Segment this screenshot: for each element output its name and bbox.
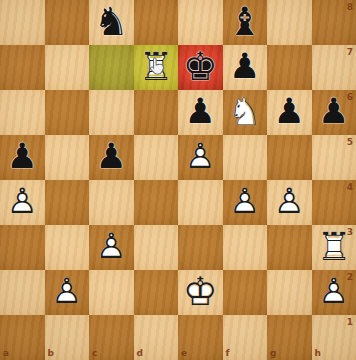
square-e8[interactable] [178, 0, 223, 45]
square-c8[interactable]: ♞ [89, 0, 134, 45]
black-pawn-glyph: ♟ [0, 135, 45, 178]
rank-label-7: 7 [347, 47, 353, 57]
square-h3[interactable]: ♜♖3 [312, 225, 356, 270]
rank-label-4: 4 [347, 182, 353, 192]
square-f6[interactable]: ♞♘ [223, 90, 268, 135]
square-d3[interactable] [134, 225, 179, 270]
square-g6[interactable]: ♟ [267, 90, 312, 135]
white-pawn-glyph-outline: ♙ [223, 180, 268, 223]
square-c5[interactable]: ♟ [89, 135, 134, 180]
square-c3[interactable]: ♟♙ [89, 225, 134, 270]
square-f2[interactable] [223, 270, 268, 315]
file-label-a: a [3, 348, 9, 358]
square-d2[interactable] [134, 270, 179, 315]
square-g5[interactable] [267, 135, 312, 180]
white-pawn-glyph-outline: ♙ [45, 270, 90, 313]
file-label-g: g [270, 348, 276, 358]
file-label-e: e [181, 348, 187, 358]
white-pawn-glyph-outline: ♙ [0, 180, 45, 223]
white-pawn-glyph-outline: ♙ [312, 270, 356, 313]
square-d7[interactable]: ♜♖ [134, 45, 179, 90]
file-label-c: c [92, 348, 97, 358]
square-a1[interactable]: a [0, 315, 45, 360]
square-e5[interactable]: ♟♙ [178, 135, 223, 180]
piece-black-bishop[interactable]: ♝ [223, 0, 268, 45]
square-e3[interactable] [178, 225, 223, 270]
square-d1[interactable]: d [134, 315, 179, 360]
piece-black-pawn[interactable]: ♟ [89, 135, 134, 180]
piece-white-rook[interactable]: ♜♖ [312, 225, 356, 270]
square-c7[interactable] [89, 45, 134, 90]
square-g4[interactable]: ♟♙ [267, 180, 312, 225]
file-label-h: h [315, 348, 321, 358]
piece-white-pawn[interactable]: ♟♙ [312, 270, 356, 315]
square-d4[interactable] [134, 180, 179, 225]
square-b3[interactable] [45, 225, 90, 270]
square-a7[interactable] [0, 45, 45, 90]
white-rook-glyph-outline: ♖ [312, 225, 356, 268]
black-pawn-glyph: ♟ [89, 135, 134, 178]
piece-black-pawn[interactable]: ♟ [223, 45, 268, 90]
piece-black-pawn[interactable]: ♟ [0, 135, 45, 180]
square-d6[interactable] [134, 90, 179, 135]
piece-white-pawn[interactable]: ♟♙ [178, 135, 223, 180]
white-knight-glyph-outline: ♘ [223, 90, 268, 133]
square-a2[interactable] [0, 270, 45, 315]
square-h5[interactable]: 5 [312, 135, 356, 180]
square-c6[interactable] [89, 90, 134, 135]
square-a6[interactable] [0, 90, 45, 135]
square-f3[interactable] [223, 225, 268, 270]
piece-white-pawn[interactable]: ♟♙ [223, 180, 268, 225]
square-h2[interactable]: ♟♙2 [312, 270, 356, 315]
square-h6[interactable]: ♟6 [312, 90, 356, 135]
piece-black-pawn[interactable]: ♟ [178, 90, 223, 135]
square-f4[interactable]: ♟♙ [223, 180, 268, 225]
square-a8[interactable] [0, 0, 45, 45]
white-pawn-glyph-outline: ♙ [178, 135, 223, 178]
square-a4[interactable]: ♟♙ [0, 180, 45, 225]
square-b5[interactable] [45, 135, 90, 180]
square-g2[interactable] [267, 270, 312, 315]
black-pawn-glyph: ♟ [178, 90, 223, 133]
black-pawn-glyph: ♟ [223, 45, 268, 88]
square-d5[interactable] [134, 135, 179, 180]
square-f7[interactable]: ♟ [223, 45, 268, 90]
piece-white-pawn[interactable]: ♟♙ [0, 180, 45, 225]
square-h1[interactable]: 1h [312, 315, 356, 360]
piece-white-pawn[interactable]: ♟♙ [267, 180, 312, 225]
rank-label-1: 1 [347, 317, 353, 327]
square-h7[interactable]: 7 [312, 45, 356, 90]
square-e6[interactable]: ♟ [178, 90, 223, 135]
piece-white-king[interactable]: ♚♔ [178, 270, 223, 315]
square-b1[interactable]: b [45, 315, 90, 360]
square-a3[interactable] [0, 225, 45, 270]
white-king-glyph-outline: ♔ [178, 270, 223, 313]
square-b6[interactable] [45, 90, 90, 135]
white-pawn-glyph-outline: ♙ [89, 225, 134, 268]
white-rook-glyph-outline: ♖ [134, 45, 179, 88]
rank-label-8: 8 [347, 2, 353, 12]
square-g8[interactable] [267, 0, 312, 45]
piece-white-pawn[interactable]: ♟♙ [45, 270, 90, 315]
chessboard: ♞♝8♜♖♚♟7♟♞♘♟♟6♟♟♟♙5♟♙♟♙♟♙4♟♙♜♖3♟♙♚♔♟♙2ab… [0, 0, 356, 360]
file-label-b: b [48, 348, 54, 358]
square-b7[interactable] [45, 45, 90, 90]
rank-label-5: 5 [347, 137, 353, 147]
square-f8[interactable]: ♝ [223, 0, 268, 45]
square-h4[interactable]: 4 [312, 180, 356, 225]
square-h8[interactable]: 8 [312, 0, 356, 45]
square-e4[interactable] [178, 180, 223, 225]
square-f1[interactable]: f [223, 315, 268, 360]
piece-white-knight[interactable]: ♞♘ [223, 90, 268, 135]
file-label-d: d [137, 348, 143, 358]
square-e2[interactable]: ♚♔ [178, 270, 223, 315]
black-pawn-glyph: ♟ [312, 90, 356, 133]
piece-black-pawn[interactable]: ♟ [312, 90, 356, 135]
piece-white-rook[interactable]: ♜♖ [134, 45, 179, 90]
black-knight-glyph: ♞ [89, 0, 134, 43]
square-g1[interactable]: g [267, 315, 312, 360]
square-b2[interactable]: ♟♙ [45, 270, 90, 315]
piece-white-pawn[interactable]: ♟♙ [89, 225, 134, 270]
square-f5[interactable] [223, 135, 268, 180]
square-e1[interactable]: e [178, 315, 223, 360]
square-c4[interactable] [89, 180, 134, 225]
black-king-glyph: ♚ [178, 45, 223, 88]
square-g3[interactable] [267, 225, 312, 270]
square-c1[interactable]: c [89, 315, 134, 360]
square-a5[interactable]: ♟ [0, 135, 45, 180]
square-e7[interactable]: ♚ [178, 45, 223, 90]
file-label-f: f [226, 348, 230, 358]
piece-black-knight[interactable]: ♞ [89, 0, 134, 45]
square-b8[interactable] [45, 0, 90, 45]
square-g7[interactable] [267, 45, 312, 90]
square-d8[interactable] [134, 0, 179, 45]
piece-black-king[interactable]: ♚ [178, 45, 223, 90]
square-c2[interactable] [89, 270, 134, 315]
square-b4[interactable] [45, 180, 90, 225]
white-pawn-glyph-outline: ♙ [267, 180, 312, 223]
black-bishop-glyph: ♝ [223, 0, 268, 43]
board-grid: ♞♝8♜♖♚♟7♟♞♘♟♟6♟♟♟♙5♟♙♟♙♟♙4♟♙♜♖3♟♙♚♔♟♙2ab… [0, 0, 356, 360]
piece-black-pawn[interactable]: ♟ [267, 90, 312, 135]
black-pawn-glyph: ♟ [267, 90, 312, 133]
